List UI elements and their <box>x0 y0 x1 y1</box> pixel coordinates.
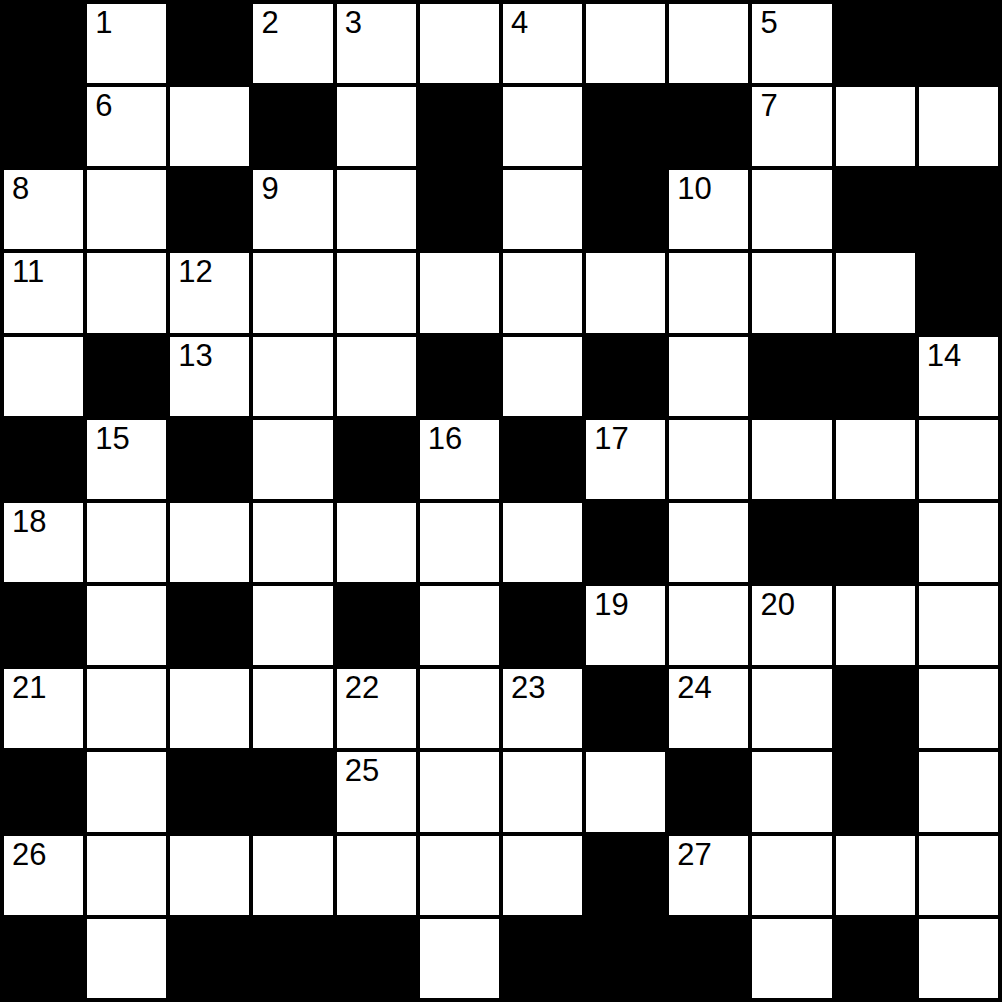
block-cell-r4c1 <box>85 335 168 418</box>
cell-r2c0[interactable]: 8 <box>2 168 85 251</box>
clue-number: 5 <box>760 7 777 38</box>
cell-r0c6[interactable]: 4 <box>501 2 584 85</box>
block-cell-r3c11 <box>917 251 1000 334</box>
block-cell-r0c0 <box>2 2 85 85</box>
block-cell-r9c8 <box>667 750 750 833</box>
cell-r5c10[interactable] <box>834 418 917 501</box>
block-cell-r11c0 <box>2 917 85 1000</box>
clue-number: 26 <box>12 839 46 870</box>
cell-r5c1[interactable]: 15 <box>85 418 168 501</box>
cell-r4c3[interactable] <box>251 335 334 418</box>
block-cell-r11c6 <box>501 917 584 1000</box>
block-cell-r11c3 <box>251 917 334 1000</box>
cell-r3c4[interactable] <box>335 251 418 334</box>
cell-r5c8[interactable] <box>667 418 750 501</box>
cell-r0c9[interactable]: 5 <box>750 2 833 85</box>
block-cell-r5c4 <box>335 418 418 501</box>
cell-r6c5[interactable] <box>418 501 501 584</box>
cell-r2c6[interactable] <box>501 168 584 251</box>
block-cell-r11c10 <box>834 917 917 1000</box>
cell-r1c9[interactable]: 7 <box>750 85 833 168</box>
block-cell-r6c10 <box>834 501 917 584</box>
cell-r9c4[interactable]: 25 <box>335 750 418 833</box>
block-cell-r11c8 <box>667 917 750 1000</box>
cell-r7c1[interactable] <box>85 584 168 667</box>
cell-r4c2[interactable]: 13 <box>168 335 251 418</box>
clue-number: 7 <box>760 90 777 121</box>
clue-number: 4 <box>511 7 528 38</box>
cell-r8c4[interactable]: 22 <box>335 667 418 750</box>
cell-r2c4[interactable] <box>335 168 418 251</box>
block-cell-r11c7 <box>584 917 667 1000</box>
cell-r10c0[interactable]: 26 <box>2 834 85 917</box>
block-cell-r5c6 <box>501 418 584 501</box>
block-cell-r1c7 <box>584 85 667 168</box>
clue-number: 12 <box>178 256 212 287</box>
cell-r0c1[interactable]: 1 <box>85 2 168 85</box>
cell-r9c11[interactable] <box>917 750 1000 833</box>
clue-number: 21 <box>12 672 46 703</box>
cell-r3c7[interactable] <box>584 251 667 334</box>
cell-r0c5[interactable] <box>418 2 501 85</box>
clue-number: 10 <box>677 173 711 204</box>
clue-number: 9 <box>261 173 278 204</box>
clue-number: 18 <box>12 506 46 537</box>
cell-r8c9[interactable] <box>750 667 833 750</box>
cell-r11c1[interactable] <box>85 917 168 1000</box>
block-cell-r8c7 <box>584 667 667 750</box>
cell-r8c3[interactable] <box>251 667 334 750</box>
clue-number: 15 <box>95 423 129 454</box>
clue-number: 6 <box>95 90 112 121</box>
block-cell-r1c5 <box>418 85 501 168</box>
cell-r5c9[interactable] <box>750 418 833 501</box>
cell-r6c6[interactable] <box>501 501 584 584</box>
block-cell-r2c5 <box>418 168 501 251</box>
cell-r4c0[interactable] <box>2 335 85 418</box>
crossword-grid: 1234567891011121314151617181920212223242… <box>0 0 1002 1002</box>
cell-r3c1[interactable] <box>85 251 168 334</box>
clue-number: 20 <box>760 589 794 620</box>
clue-number: 27 <box>677 839 711 870</box>
cell-r7c5[interactable] <box>418 584 501 667</box>
block-cell-r1c0 <box>2 85 85 168</box>
cell-r3c0[interactable]: 11 <box>2 251 85 334</box>
cell-r0c8[interactable] <box>667 2 750 85</box>
clue-number: 8 <box>12 173 29 204</box>
block-cell-r7c6 <box>501 584 584 667</box>
block-cell-r4c7 <box>584 335 667 418</box>
cell-r0c4[interactable]: 3 <box>335 2 418 85</box>
clue-number: 1 <box>95 7 112 38</box>
cell-r6c3[interactable] <box>251 501 334 584</box>
block-cell-r7c4 <box>335 584 418 667</box>
cell-r2c8[interactable]: 10 <box>667 168 750 251</box>
cell-r7c11[interactable] <box>917 584 1000 667</box>
clue-number: 17 <box>594 423 628 454</box>
block-cell-r7c0 <box>2 584 85 667</box>
cell-r11c11[interactable] <box>917 917 1000 1000</box>
block-cell-r1c3 <box>251 85 334 168</box>
cell-r7c8[interactable] <box>667 584 750 667</box>
cell-r9c6[interactable] <box>501 750 584 833</box>
cell-r10c8[interactable]: 27 <box>667 834 750 917</box>
cell-r11c9[interactable] <box>750 917 833 1000</box>
block-cell-r6c7 <box>584 501 667 584</box>
cell-r9c1[interactable] <box>85 750 168 833</box>
cell-r3c3[interactable] <box>251 251 334 334</box>
cell-r9c5[interactable] <box>418 750 501 833</box>
cell-r4c8[interactable] <box>667 335 750 418</box>
block-cell-r4c5 <box>418 335 501 418</box>
clue-number: 13 <box>178 340 212 371</box>
cell-r3c6[interactable] <box>501 251 584 334</box>
cell-r5c7[interactable]: 17 <box>584 418 667 501</box>
cell-r1c11[interactable] <box>917 85 1000 168</box>
cell-r8c8[interactable]: 24 <box>667 667 750 750</box>
cell-r6c8[interactable] <box>667 501 750 584</box>
block-cell-r9c0 <box>2 750 85 833</box>
clue-number: 3 <box>345 7 362 38</box>
block-cell-r6c9 <box>750 501 833 584</box>
cell-r10c4[interactable] <box>335 834 418 917</box>
clue-number: 14 <box>927 340 961 371</box>
cell-r3c5[interactable] <box>418 251 501 334</box>
cell-r10c9[interactable] <box>750 834 833 917</box>
cell-r8c11[interactable] <box>917 667 1000 750</box>
cell-r2c1[interactable] <box>85 168 168 251</box>
cell-r10c10[interactable] <box>834 834 917 917</box>
block-cell-r11c4 <box>335 917 418 1000</box>
cell-r8c5[interactable] <box>418 667 501 750</box>
cell-r8c1[interactable] <box>85 667 168 750</box>
block-cell-r5c0 <box>2 418 85 501</box>
cell-r6c2[interactable] <box>168 501 251 584</box>
cell-r4c4[interactable] <box>335 335 418 418</box>
cell-r8c0[interactable]: 21 <box>2 667 85 750</box>
clue-number: 2 <box>261 7 278 38</box>
block-cell-r0c2 <box>168 2 251 85</box>
cell-r3c8[interactable] <box>667 251 750 334</box>
block-cell-r11c2 <box>168 917 251 1000</box>
block-cell-r2c7 <box>584 168 667 251</box>
cell-r6c0[interactable]: 18 <box>2 501 85 584</box>
block-cell-r4c9 <box>750 335 833 418</box>
block-cell-r9c10 <box>834 750 917 833</box>
cell-r1c4[interactable] <box>335 85 418 168</box>
cell-r7c3[interactable] <box>251 584 334 667</box>
clue-number: 24 <box>677 672 711 703</box>
cell-r7c7[interactable]: 19 <box>584 584 667 667</box>
cell-r1c6[interactable] <box>501 85 584 168</box>
cell-r1c2[interactable] <box>168 85 251 168</box>
block-cell-r2c2 <box>168 168 251 251</box>
block-cell-r1c8 <box>667 85 750 168</box>
block-cell-r0c11 <box>917 2 1000 85</box>
cell-r1c1[interactable]: 6 <box>85 85 168 168</box>
cell-r6c1[interactable] <box>85 501 168 584</box>
cell-r3c2[interactable]: 12 <box>168 251 251 334</box>
cell-r5c3[interactable] <box>251 418 334 501</box>
cell-r4c11[interactable]: 14 <box>917 335 1000 418</box>
cell-r0c7[interactable] <box>584 2 667 85</box>
cell-r10c1[interactable] <box>85 834 168 917</box>
cell-r8c6[interactable]: 23 <box>501 667 584 750</box>
cell-r5c11[interactable] <box>917 418 1000 501</box>
block-cell-r7c2 <box>168 584 251 667</box>
cell-r11c5[interactable] <box>418 917 501 1000</box>
cell-r4c6[interactable] <box>501 335 584 418</box>
cell-r0c3[interactable]: 2 <box>251 2 334 85</box>
cell-r6c4[interactable] <box>335 501 418 584</box>
cell-r7c9[interactable]: 20 <box>750 584 833 667</box>
cell-r6c11[interactable] <box>917 501 1000 584</box>
block-cell-r9c3 <box>251 750 334 833</box>
cell-r2c3[interactable]: 9 <box>251 168 334 251</box>
clue-number: 11 <box>12 256 44 287</box>
cell-r5c5[interactable]: 16 <box>418 418 501 501</box>
cell-r7c10[interactable] <box>834 584 917 667</box>
cell-r1c10[interactable] <box>834 85 917 168</box>
cell-r3c10[interactable] <box>834 251 917 334</box>
block-cell-r2c11 <box>917 168 1000 251</box>
clue-number: 25 <box>345 755 379 786</box>
block-cell-r8c10 <box>834 667 917 750</box>
block-cell-r5c2 <box>168 418 251 501</box>
cell-r10c5[interactable] <box>418 834 501 917</box>
cell-r10c2[interactable] <box>168 834 251 917</box>
clue-number: 19 <box>594 589 628 620</box>
cell-r2c9[interactable] <box>750 168 833 251</box>
block-cell-r2c10 <box>834 168 917 251</box>
cell-r10c6[interactable] <box>501 834 584 917</box>
block-cell-r4c10 <box>834 335 917 418</box>
clue-number: 22 <box>345 672 379 703</box>
clue-number: 23 <box>511 672 545 703</box>
cell-r9c9[interactable] <box>750 750 833 833</box>
cell-r8c2[interactable] <box>168 667 251 750</box>
cell-r10c3[interactable] <box>251 834 334 917</box>
block-cell-r0c10 <box>834 2 917 85</box>
cell-r3c9[interactable] <box>750 251 833 334</box>
block-cell-r10c7 <box>584 834 667 917</box>
clue-number: 16 <box>428 423 462 454</box>
cell-r10c11[interactable] <box>917 834 1000 917</box>
cell-r9c7[interactable] <box>584 750 667 833</box>
block-cell-r9c2 <box>168 750 251 833</box>
